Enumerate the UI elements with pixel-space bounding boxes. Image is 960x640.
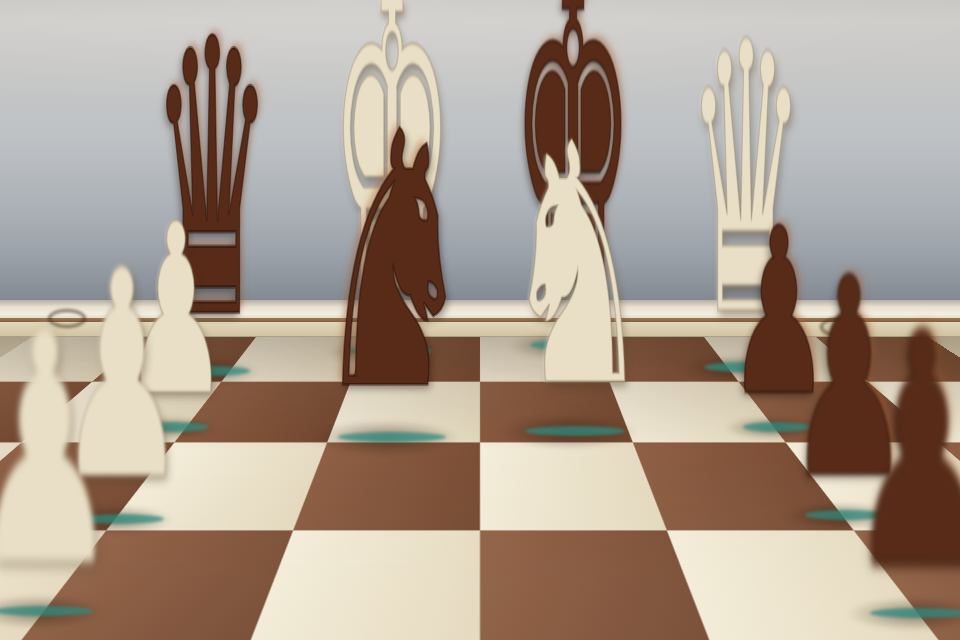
white-knight-e7[interactable]: ♞ — [502, 100, 652, 432]
black-knight-d7[interactable]: ♞ — [313, 86, 474, 438]
black-pawn-f5[interactable]: ♟ — [848, 292, 960, 614]
white-pawn-c5[interactable]: ♟ — [0, 290, 119, 612]
chess-photo-scene: ♛♚♚♛♟♞♞♟♟♟♟♟ — [0, 0, 960, 640]
